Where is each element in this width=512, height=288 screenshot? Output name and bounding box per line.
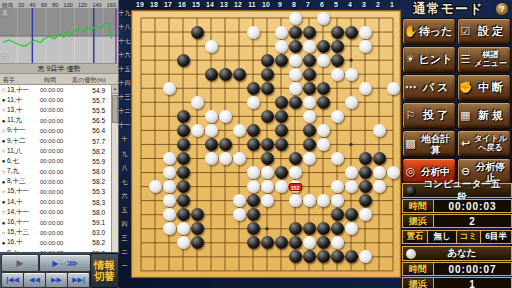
row-label: 三 xyxy=(118,236,131,242)
lightbulb-icon: ☀ xyxy=(403,53,418,66)
player-info-panel: コンピューター五段 時間 00:00:03 揚浜 2 置石 無し コミ 6目半 … xyxy=(402,183,512,288)
white-stone xyxy=(331,194,344,207)
white-stone xyxy=(247,26,260,39)
move-row[interactable]: ●9,十二00:00:0057.7 xyxy=(0,136,111,146)
black-stone xyxy=(317,82,330,95)
white-player-name: あなた xyxy=(419,247,511,260)
white-stone xyxy=(261,180,274,193)
column-label: 9 xyxy=(273,1,287,8)
move-list[interactable]: ○13,十一00:00:0054.9●11,十00:00:0055.7○13,十… xyxy=(0,85,111,252)
axis-tick: 開局 xyxy=(2,1,13,8)
white-stone xyxy=(373,180,386,193)
black-stone xyxy=(261,68,274,81)
white-stone xyxy=(163,208,176,221)
column-label: 5 xyxy=(329,1,343,8)
new-game-button[interactable]: ▦新 規 xyxy=(457,102,511,129)
column-label: 8 xyxy=(287,1,301,8)
white-stone xyxy=(247,166,260,179)
black-stone xyxy=(247,222,260,235)
help-button[interactable]: ? xyxy=(495,2,509,16)
playback-toolbar: ▶ ▶⇔⋙ |◀◀◀◀▶▶▶▶| 情報 切替 xyxy=(0,252,118,288)
speech-bubble-icon: ⋯ xyxy=(403,81,418,94)
white-stone xyxy=(359,40,372,53)
move-row[interactable]: ○7,九00:00:0058.0 xyxy=(0,167,111,177)
black-stone xyxy=(177,208,190,221)
black-stone xyxy=(317,96,330,109)
column-label: 17 xyxy=(161,1,175,8)
black-stone xyxy=(359,166,372,179)
black-stone xyxy=(191,236,204,249)
pass-button[interactable]: ⋯パ ス xyxy=(402,74,456,101)
white-stone xyxy=(387,166,400,179)
white-stone xyxy=(275,26,288,39)
black-stone xyxy=(317,40,330,53)
interrupt-button[interactable]: ✊中 断 xyxy=(457,74,511,101)
black-stone xyxy=(317,236,330,249)
column-header-move: 着手 xyxy=(3,76,15,85)
axis-tick: 100 xyxy=(64,2,73,8)
black-stone xyxy=(289,96,302,109)
column-label: 7 xyxy=(301,1,315,8)
column-label: 19 xyxy=(133,1,147,8)
row-label: 十二 xyxy=(118,109,131,115)
white-stone xyxy=(331,68,344,81)
white-stone xyxy=(387,82,400,95)
white-stone xyxy=(345,180,358,193)
row-label: 六 xyxy=(118,194,131,200)
white-stone xyxy=(331,236,344,249)
white-stone xyxy=(289,82,302,95)
black-stone xyxy=(275,110,288,123)
mode-title: 通常モード xyxy=(402,1,494,17)
black-stone xyxy=(331,26,344,39)
handicap-label: 置石 xyxy=(402,230,428,244)
white-stone xyxy=(303,96,316,109)
nav-button-0[interactable]: |◀◀ xyxy=(1,272,24,288)
white-stone xyxy=(233,208,246,221)
black-stone xyxy=(247,194,260,207)
stop-hand-icon: ✊ xyxy=(458,81,473,94)
column-label: 13 xyxy=(217,1,231,8)
row-label: 十六 xyxy=(118,53,131,59)
white-stone xyxy=(289,194,302,207)
white-stone xyxy=(191,124,204,137)
black-stone xyxy=(331,208,344,221)
white-stone xyxy=(247,96,260,109)
white-stone xyxy=(303,40,316,53)
black-stone xyxy=(205,68,218,81)
row-label: 四 xyxy=(118,222,131,228)
black-time-row: 時間 00:00:03 xyxy=(402,199,512,213)
black-stone xyxy=(247,236,260,249)
graph-white-label: 白 xyxy=(2,53,8,62)
return-arrow-icon: ↩ xyxy=(458,137,473,150)
column-label: 10 xyxy=(259,1,273,8)
white-stone xyxy=(303,194,316,207)
axis-tick: 20 xyxy=(18,2,24,8)
move-row[interactable]: ○11,八00:00:0058.2 xyxy=(0,146,111,156)
hint-button[interactable]: ☀ヒント xyxy=(402,46,456,73)
advantage-status-text: 黒 9目半 優勢 xyxy=(38,64,81,74)
black-stone xyxy=(247,208,260,221)
handicap-komi-row: 置石 無し コミ 6目半 xyxy=(402,230,512,244)
white-stone xyxy=(317,54,330,67)
list-icon: ☰ xyxy=(458,53,473,66)
black-stone xyxy=(177,152,190,165)
move-row[interactable]: ○15,十三00:00:0063.0 xyxy=(0,228,111,238)
back-to-title-label: タイトル へ戻る xyxy=(473,135,510,152)
white-stone xyxy=(163,152,176,165)
black-stone xyxy=(289,222,302,235)
column-label: 4 xyxy=(343,1,357,8)
black-stone xyxy=(261,138,274,151)
black-stone xyxy=(191,222,204,235)
axis-tick: 140 xyxy=(92,2,101,8)
black-stone xyxy=(261,110,274,123)
row-label: 十一 xyxy=(118,123,131,129)
white-stone xyxy=(219,152,232,165)
info-toggle-button[interactable]: 情報 切替 xyxy=(90,253,119,288)
black-stone xyxy=(303,68,316,81)
black-stone xyxy=(359,180,372,193)
move-row[interactable]: ●6,七00:00:0055.9 xyxy=(0,156,111,166)
row-label: 七 xyxy=(118,180,131,186)
black-stone xyxy=(219,68,232,81)
black-stone xyxy=(345,250,358,263)
advantage-status-bar: 黒 9目半 優勢 xyxy=(0,63,118,74)
black-stone xyxy=(303,54,316,67)
axis-tick: 120 xyxy=(78,2,87,8)
column-label: 14 xyxy=(203,1,217,8)
black-stone xyxy=(261,152,274,165)
white-stone xyxy=(345,68,358,81)
white-stone xyxy=(275,180,288,193)
white-stone xyxy=(359,250,372,263)
black-stone xyxy=(233,68,246,81)
column-label: 11 xyxy=(245,1,259,8)
go-board[interactable]: 152 xyxy=(131,10,401,278)
white-stone xyxy=(345,222,358,235)
column-label: 6 xyxy=(315,1,329,8)
black-stone xyxy=(373,152,386,165)
no-entry-icon: ⊖ xyxy=(458,165,473,178)
move-table-header: 着手 時間 黒の優勢(%) xyxy=(0,74,118,85)
white-captures-label: 揚浜 xyxy=(402,277,434,288)
row-label: 十五 xyxy=(118,67,131,73)
interrupt-label: 中 断 xyxy=(473,82,510,93)
move-row[interactable]: ○14,十一00:00:0058.0 xyxy=(0,207,111,217)
autoplay-button[interactable]: ▶⇔⋙ xyxy=(39,254,91,272)
black-stone xyxy=(261,82,274,95)
back-to-title-button[interactable]: ↩タイトル へ戻る xyxy=(457,130,511,157)
move-row[interactable]: ●14,十00:00:0058.3 xyxy=(0,197,111,207)
column-label: 12 xyxy=(231,1,245,8)
black-stone xyxy=(247,138,260,151)
board-column-coordinates: 19181716151413121110987654321 xyxy=(131,0,402,10)
hint-label: ヒント xyxy=(418,54,455,65)
white-time-row: 時間 00:00:07 xyxy=(402,262,512,276)
column-label: 16 xyxy=(175,1,189,8)
white-stone xyxy=(163,222,176,235)
undo-label: 待った xyxy=(418,26,455,37)
black-stone xyxy=(317,250,330,263)
command-buttons: ✋待った☑設 定☀ヒント☰棋譜 メニュー⋯パ ス✊中 断⚐投 了▦新 規▩地合計… xyxy=(402,18,511,185)
black-stone xyxy=(359,152,372,165)
column-label: 18 xyxy=(147,1,161,8)
black-stone xyxy=(289,250,302,263)
black-stone xyxy=(177,54,190,67)
nav-button-2[interactable]: ▶▶ xyxy=(45,272,68,288)
black-stone xyxy=(303,82,316,95)
white-stone xyxy=(289,166,302,179)
white-stone xyxy=(163,82,176,95)
black-stone xyxy=(177,110,190,123)
white-stone xyxy=(205,124,218,137)
white-stone xyxy=(317,12,330,25)
move-row[interactable]: ○13,十一00:00:0054.9 xyxy=(0,85,111,95)
info-toggle-label-1: 情報 xyxy=(94,260,115,271)
nav-button-3[interactable]: ▶▶| xyxy=(67,272,90,288)
black-stone xyxy=(275,138,288,151)
white-stone xyxy=(331,152,344,165)
black-stone xyxy=(359,194,372,207)
black-stone xyxy=(345,208,358,221)
black-stone xyxy=(289,152,302,165)
black-stone xyxy=(219,138,232,151)
move-row[interactable]: ●11,十00:00:0055.7 xyxy=(0,95,111,105)
territory-icon: ▩ xyxy=(403,137,418,150)
white-stone xyxy=(233,194,246,207)
white-player-header: あなた xyxy=(402,246,512,261)
black-stone xyxy=(275,124,288,137)
black-stone xyxy=(303,138,316,151)
column-label: 3 xyxy=(357,1,371,8)
graph-black-label: 黒 xyxy=(2,9,8,18)
white-stone xyxy=(205,110,218,123)
white-stone xyxy=(373,166,386,179)
black-stone xyxy=(345,26,358,39)
white-stone-icon xyxy=(406,249,416,259)
white-stone xyxy=(345,96,358,109)
white-stone xyxy=(331,110,344,123)
analysis-panel: 開局20406080100120140160 黒 白 黒 9目半 優勢 着手 時… xyxy=(0,0,119,288)
white-stone xyxy=(247,180,260,193)
row-label: 十四 xyxy=(118,81,131,87)
black-captures-label: 揚浜 xyxy=(402,214,434,228)
row-label: 二 xyxy=(118,250,131,256)
black-stone xyxy=(177,166,190,179)
white-stone xyxy=(205,40,218,53)
white-stone xyxy=(275,40,288,53)
white-stone xyxy=(289,68,302,81)
komi-label: コミ xyxy=(457,230,481,244)
black-captures-value: 2 xyxy=(434,214,512,228)
white-stone xyxy=(163,194,176,207)
move-list-scrollbar[interactable]: ▲ xyxy=(111,85,118,252)
white-stone xyxy=(177,236,190,249)
black-stone xyxy=(247,82,260,95)
row-label: 十七 xyxy=(118,39,131,45)
white-stone xyxy=(289,12,302,25)
white-stone xyxy=(177,222,190,235)
advantage-graph-plot xyxy=(0,8,118,63)
black-stone-icon xyxy=(406,186,416,196)
territory-label: 地合計算 xyxy=(418,133,455,155)
black-stone xyxy=(205,138,218,151)
move-row[interactable]: ●16,十00:00:0058.2 xyxy=(0,238,111,248)
board-row-coordinates: 十九十八十七十六十五十四十三十二十一十九八七六五四三二一 xyxy=(118,10,131,288)
white-time-value: 00:00:07 xyxy=(434,262,512,276)
column-header-time: 時間 xyxy=(44,76,56,85)
black-stone xyxy=(261,236,274,249)
row-label: 一 xyxy=(118,264,131,270)
row-label: 十 xyxy=(118,137,131,143)
white-stone xyxy=(359,82,372,95)
new-board-icon: ▦ xyxy=(458,109,473,122)
row-label: 十九 xyxy=(118,11,131,17)
column-header-advantage: 黒の優勢(%) xyxy=(72,76,105,85)
analyzing-label: 分析中 xyxy=(418,166,455,177)
white-stone xyxy=(359,208,372,221)
white-captures-value: 1 xyxy=(434,277,512,288)
nav-button-1[interactable]: ◀◀ xyxy=(23,272,46,288)
row-label: 九 xyxy=(118,152,131,158)
settings-label: 設 定 xyxy=(473,26,510,37)
black-stone xyxy=(303,250,316,263)
resign-label: 投 了 xyxy=(418,110,455,121)
white-stone xyxy=(331,180,344,193)
black-stone xyxy=(317,222,330,235)
white-stone xyxy=(303,236,316,249)
black-time-value: 00:00:03 xyxy=(434,199,512,213)
white-stone xyxy=(317,194,330,207)
white-stone xyxy=(261,194,274,207)
row-label: 十三 xyxy=(118,95,131,101)
black-stone xyxy=(177,124,190,137)
black-captures-row: 揚浜 2 xyxy=(402,214,512,228)
white-stone xyxy=(233,152,246,165)
resign-button[interactable]: ⚐投 了 xyxy=(402,102,456,129)
move-row[interactable]: ●11,九00:00:0056.5 xyxy=(0,116,111,126)
black-stone xyxy=(331,40,344,53)
white-stone xyxy=(149,180,162,193)
pass-label: パ ス xyxy=(418,82,455,93)
game-screen: 開局20406080100120140160 黒 白 黒 9目半 優勢 着手 時… xyxy=(0,0,512,288)
move-row[interactable]: ●16,十一00:00:0059.1 xyxy=(0,217,111,227)
axis-tick: 80 xyxy=(52,2,58,8)
white-stone xyxy=(317,124,330,137)
black-stone xyxy=(289,26,302,39)
column-label: 1 xyxy=(385,1,399,8)
black-stone xyxy=(177,194,190,207)
black-stone xyxy=(191,208,204,221)
black-stone xyxy=(331,250,344,263)
row-label: 十八 xyxy=(118,25,131,31)
move-row[interactable]: ○9,十一00:00:0056.4 xyxy=(0,126,111,136)
column-label: 15 xyxy=(189,1,203,8)
analysis-icon: ◎ xyxy=(403,165,418,178)
white-stone xyxy=(345,166,358,179)
new-game-label: 新 規 xyxy=(473,110,510,121)
row-label: 八 xyxy=(118,166,131,172)
axis-tick: 160 xyxy=(107,2,116,8)
move-row[interactable]: ○13,十00:00:0055.5 xyxy=(0,105,111,115)
white-stone xyxy=(359,26,372,39)
move-row[interactable]: ●8,十三00:00:0058.2 xyxy=(0,177,111,187)
black-stone xyxy=(275,166,288,179)
komi-value: 6目半 xyxy=(481,230,512,244)
white-stone xyxy=(163,180,176,193)
black-stone xyxy=(191,26,204,39)
graph-x-axis: 開局20406080100120140160 xyxy=(0,0,118,8)
hand-icon: ✋ xyxy=(403,25,418,38)
axis-tick: 60 xyxy=(41,2,47,8)
black-stone xyxy=(331,54,344,67)
white-stone xyxy=(303,110,316,123)
last-move-marker: 152 xyxy=(289,183,302,191)
white-stone xyxy=(205,152,218,165)
black-stone xyxy=(275,54,288,67)
move-row[interactable]: ○15,十一00:00:0055.3 xyxy=(0,187,111,197)
black-time-label: 時間 xyxy=(402,199,434,213)
black-stone xyxy=(275,236,288,249)
white-time-label: 時間 xyxy=(402,262,434,276)
play-button[interactable]: ▶ xyxy=(1,254,39,272)
axis-tick: 40 xyxy=(30,2,36,8)
black-stone xyxy=(289,236,302,249)
territory-button[interactable]: ▩地合計算 xyxy=(402,130,456,157)
black-stone xyxy=(177,180,190,193)
white-stone xyxy=(219,110,232,123)
white-captures-row: 揚浜 1 xyxy=(402,277,512,288)
black-stone xyxy=(303,222,316,235)
black-player-header: コンピューター五段 xyxy=(402,183,512,198)
white-stone xyxy=(261,166,274,179)
white-stone xyxy=(317,138,330,151)
row-label: 五 xyxy=(118,208,131,214)
black-stone xyxy=(177,138,190,151)
black-stone xyxy=(247,124,260,137)
handicap-value: 無し xyxy=(428,230,457,244)
black-stone xyxy=(331,222,344,235)
black-stone xyxy=(303,26,316,39)
column-label: 2 xyxy=(371,1,385,8)
white-stone xyxy=(289,54,302,67)
black-stone xyxy=(303,124,316,137)
checkbox-icon: ☑ xyxy=(458,25,473,38)
kifu-menu-label: 棋譜 メニュー xyxy=(473,51,510,68)
settings-button[interactable]: ☑設 定 xyxy=(457,18,511,45)
white-stone xyxy=(191,96,204,109)
kifu-menu-button[interactable]: ☰棋譜 メニュー xyxy=(457,46,511,73)
undo-button[interactable]: ✋待った xyxy=(402,18,456,45)
white-stone xyxy=(373,124,386,137)
info-toggle-label-2: 切替 xyxy=(94,271,115,282)
advantage-graph: 黒 白 xyxy=(0,8,118,63)
white-stone xyxy=(163,166,176,179)
black-stone xyxy=(289,40,302,53)
black-stone xyxy=(261,54,274,67)
black-stone xyxy=(275,96,288,109)
white-stone xyxy=(303,152,316,165)
white-stone xyxy=(233,124,246,137)
white-flag-icon: ⚐ xyxy=(403,109,418,122)
